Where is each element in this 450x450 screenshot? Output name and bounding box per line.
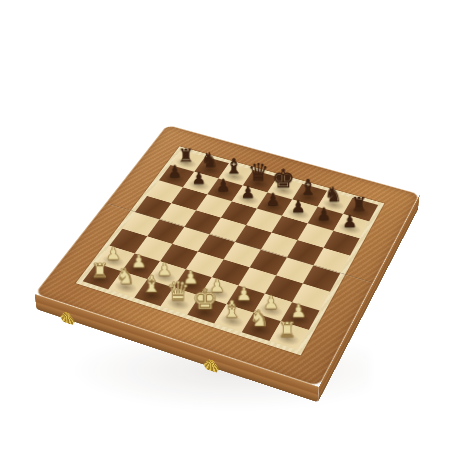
black-pawn[interactable]: ♟ xyxy=(284,198,311,214)
black-knight[interactable]: ♞ xyxy=(320,186,347,205)
white-knight[interactable]: ♞ xyxy=(244,309,274,330)
white-rook[interactable]: ♜ xyxy=(85,261,114,280)
chess-board: ♜♞♝♛♚♝♞♜♟♟♟♟♟♟♟♟♟♟♟♟♟♟♟♟♜♞♝♛♚♝♞♜ xyxy=(83,150,378,350)
white-king[interactable]: ♚ xyxy=(190,286,220,313)
black-queen[interactable]: ♛ xyxy=(245,161,272,184)
black-pawn[interactable]: ♟ xyxy=(310,206,338,222)
black-pawn[interactable]: ♟ xyxy=(185,170,212,185)
black-pawn[interactable]: ♟ xyxy=(234,184,261,200)
black-pawn[interactable]: ♟ xyxy=(259,191,286,207)
black-bishop[interactable]: ♝ xyxy=(221,157,248,177)
white-knight[interactable]: ♞ xyxy=(111,267,140,288)
black-bishop[interactable]: ♝ xyxy=(295,178,322,198)
black-pawn[interactable]: ♟ xyxy=(210,177,237,192)
brass-clasp-left xyxy=(59,310,75,326)
black-pawn[interactable]: ♟ xyxy=(161,163,188,178)
white-rook[interactable]: ♜ xyxy=(272,320,302,339)
chess-set-photo: ♜♞♝♛♚♝♞♜♟♟♟♟♟♟♟♟♟♟♟♟♟♟♟♟♜♞♝♛♚♝♞♜ xyxy=(0,0,450,450)
black-king[interactable]: ♚ xyxy=(270,166,297,191)
black-knight[interactable]: ♞ xyxy=(197,151,223,170)
black-pawn[interactable]: ♟ xyxy=(336,213,364,229)
white-bishop[interactable]: ♝ xyxy=(137,274,166,296)
black-rook[interactable]: ♜ xyxy=(345,195,372,213)
white-bishop[interactable]: ♝ xyxy=(217,299,247,321)
white-queen[interactable]: ♛ xyxy=(163,279,192,304)
